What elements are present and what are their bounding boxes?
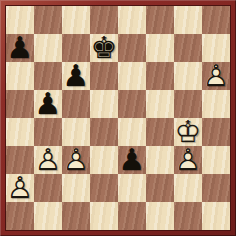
square-a6[interactable] (6, 62, 34, 90)
square-h2[interactable] (202, 174, 230, 202)
white-pawn-outline-glyph: ♙ (34, 146, 62, 174)
square-d3[interactable] (90, 146, 118, 174)
black-pawn-b5[interactable]: ♟ (34, 90, 62, 118)
white-pawn-b3[interactable]: ♟♙ (34, 146, 62, 174)
square-d7[interactable]: ♚ (90, 34, 118, 62)
square-e6[interactable] (118, 62, 146, 90)
square-g1[interactable] (174, 202, 202, 230)
white-pawn-h6[interactable]: ♟♙ (202, 62, 230, 90)
square-d6[interactable] (90, 62, 118, 90)
square-c2[interactable] (62, 174, 90, 202)
square-g8[interactable] (174, 6, 202, 34)
square-c3[interactable]: ♟♙ (62, 146, 90, 174)
square-b3[interactable]: ♟♙ (34, 146, 62, 174)
black-pawn-a7[interactable]: ♟ (6, 34, 34, 62)
black-pawn-c6[interactable]: ♟ (62, 62, 90, 90)
white-pawn-a2[interactable]: ♟♙ (6, 174, 34, 202)
square-e5[interactable] (118, 90, 146, 118)
white-pawn-outline-glyph: ♙ (202, 62, 230, 90)
square-e2[interactable] (118, 174, 146, 202)
square-g7[interactable] (174, 34, 202, 62)
square-b1[interactable] (34, 202, 62, 230)
square-h8[interactable] (202, 6, 230, 34)
square-b5[interactable]: ♟ (34, 90, 62, 118)
square-h5[interactable] (202, 90, 230, 118)
square-a2[interactable]: ♟♙ (6, 174, 34, 202)
square-b2[interactable] (34, 174, 62, 202)
square-a5[interactable] (6, 90, 34, 118)
square-e8[interactable] (118, 6, 146, 34)
square-f5[interactable] (146, 90, 174, 118)
square-h3[interactable] (202, 146, 230, 174)
square-e1[interactable] (118, 202, 146, 230)
white-pawn-outline-glyph: ♙ (174, 146, 202, 174)
square-g3[interactable]: ♟♙ (174, 146, 202, 174)
square-c1[interactable] (62, 202, 90, 230)
square-f3[interactable] (146, 146, 174, 174)
square-f1[interactable] (146, 202, 174, 230)
square-g6[interactable] (174, 62, 202, 90)
square-d4[interactable] (90, 118, 118, 146)
square-a7[interactable]: ♟ (6, 34, 34, 62)
square-f8[interactable] (146, 6, 174, 34)
square-d1[interactable] (90, 202, 118, 230)
white-pawn-outline-glyph: ♙ (6, 174, 34, 202)
black-pawn-e3[interactable]: ♟ (118, 146, 146, 174)
square-a1[interactable] (6, 202, 34, 230)
square-h4[interactable] (202, 118, 230, 146)
square-f7[interactable] (146, 34, 174, 62)
square-a4[interactable] (6, 118, 34, 146)
square-f6[interactable] (146, 62, 174, 90)
square-f2[interactable] (146, 174, 174, 202)
square-e7[interactable] (118, 34, 146, 62)
square-c8[interactable] (62, 6, 90, 34)
square-b8[interactable] (34, 6, 62, 34)
square-b7[interactable] (34, 34, 62, 62)
board-frame: ♟♚♟♟♙♟♚♔♟♙♟♙♟♟♙♟♙ (0, 0, 236, 236)
square-d2[interactable] (90, 174, 118, 202)
square-d5[interactable] (90, 90, 118, 118)
white-pawn-g3[interactable]: ♟♙ (174, 146, 202, 174)
square-g2[interactable] (174, 174, 202, 202)
square-h6[interactable]: ♟♙ (202, 62, 230, 90)
square-h1[interactable] (202, 202, 230, 230)
square-c5[interactable] (62, 90, 90, 118)
black-king-d7[interactable]: ♚ (90, 34, 118, 62)
white-pawn-c3[interactable]: ♟♙ (62, 146, 90, 174)
square-e3[interactable]: ♟ (118, 146, 146, 174)
chess-board: ♟♚♟♟♙♟♚♔♟♙♟♙♟♟♙♟♙ (6, 6, 230, 230)
square-f4[interactable] (146, 118, 174, 146)
square-c6[interactable]: ♟ (62, 62, 90, 90)
white-pawn-outline-glyph: ♙ (62, 146, 90, 174)
